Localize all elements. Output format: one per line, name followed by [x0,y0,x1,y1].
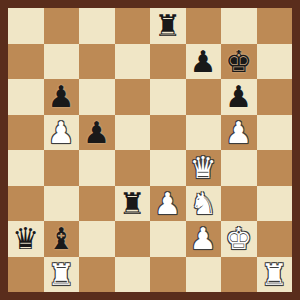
white-knight[interactable]: ♞ [190,186,217,222]
square-h7[interactable] [257,44,293,80]
square-h6[interactable] [257,79,293,115]
square-h1[interactable]: ♜ [257,257,293,293]
square-c8[interactable] [79,8,115,44]
square-b4[interactable] [44,150,80,186]
square-d7[interactable] [115,44,151,80]
white-queen[interactable]: ♛ [190,150,217,186]
chess-board: ♜♟♚♟♟♟♟♟♛♜♟♞♛♝♟♚♜♜ [8,8,292,292]
square-e2[interactable] [150,221,186,257]
square-b5[interactable]: ♟ [44,115,80,151]
square-d4[interactable] [115,150,151,186]
square-c4[interactable] [79,150,115,186]
square-d6[interactable] [115,79,151,115]
square-d3[interactable]: ♜ [115,186,151,222]
square-d2[interactable] [115,221,151,257]
square-e7[interactable] [150,44,186,80]
black-pawn[interactable]: ♟ [190,44,217,80]
black-pawn[interactable]: ♟ [225,79,252,115]
white-pawn[interactable]: ♟ [154,186,181,222]
white-pawn[interactable]: ♟ [225,115,252,151]
square-h4[interactable] [257,150,293,186]
square-b2[interactable]: ♝ [44,221,80,257]
square-f6[interactable] [186,79,222,115]
square-f3[interactable]: ♞ [186,186,222,222]
square-h2[interactable] [257,221,293,257]
white-pawn[interactable]: ♟ [48,115,75,151]
black-pawn[interactable]: ♟ [48,79,75,115]
square-b7[interactable] [44,44,80,80]
square-a2[interactable]: ♛ [8,221,44,257]
square-g8[interactable] [221,8,257,44]
chess-board-frame: ♜♟♚♟♟♟♟♟♛♜♟♞♛♝♟♚♜♜ [0,0,300,300]
square-f8[interactable] [186,8,222,44]
square-e3[interactable]: ♟ [150,186,186,222]
black-queen[interactable]: ♛ [12,221,39,257]
square-b3[interactable] [44,186,80,222]
black-bishop[interactable]: ♝ [48,221,75,257]
square-c1[interactable] [79,257,115,293]
square-b6[interactable]: ♟ [44,79,80,115]
square-e4[interactable] [150,150,186,186]
square-f1[interactable] [186,257,222,293]
square-g2[interactable]: ♚ [221,221,257,257]
square-a6[interactable] [8,79,44,115]
white-rook[interactable]: ♜ [261,257,288,293]
square-c2[interactable] [79,221,115,257]
white-rook[interactable]: ♜ [48,257,75,293]
square-b8[interactable] [44,8,80,44]
square-g3[interactable] [221,186,257,222]
square-h3[interactable] [257,186,293,222]
square-c5[interactable]: ♟ [79,115,115,151]
square-g4[interactable] [221,150,257,186]
square-a4[interactable] [8,150,44,186]
square-c7[interactable] [79,44,115,80]
square-a3[interactable] [8,186,44,222]
square-g1[interactable] [221,257,257,293]
square-c6[interactable] [79,79,115,115]
square-a5[interactable] [8,115,44,151]
square-c3[interactable] [79,186,115,222]
square-e1[interactable] [150,257,186,293]
square-h5[interactable] [257,115,293,151]
square-a7[interactable] [8,44,44,80]
square-d8[interactable] [115,8,151,44]
black-pawn[interactable]: ♟ [83,115,110,151]
square-f4[interactable]: ♛ [186,150,222,186]
square-b1[interactable]: ♜ [44,257,80,293]
square-a1[interactable] [8,257,44,293]
black-rook[interactable]: ♜ [119,186,146,222]
square-f2[interactable]: ♟ [186,221,222,257]
square-g7[interactable]: ♚ [221,44,257,80]
white-king[interactable]: ♚ [225,221,252,257]
square-g5[interactable]: ♟ [221,115,257,151]
square-g6[interactable]: ♟ [221,79,257,115]
square-d1[interactable] [115,257,151,293]
square-h8[interactable] [257,8,293,44]
square-a8[interactable] [8,8,44,44]
white-pawn[interactable]: ♟ [190,221,217,257]
square-d5[interactable] [115,115,151,151]
square-e6[interactable] [150,79,186,115]
square-e5[interactable] [150,115,186,151]
square-e8[interactable]: ♜ [150,8,186,44]
black-rook[interactable]: ♜ [154,8,181,44]
square-f5[interactable] [186,115,222,151]
black-king[interactable]: ♚ [225,44,252,80]
square-f7[interactable]: ♟ [186,44,222,80]
